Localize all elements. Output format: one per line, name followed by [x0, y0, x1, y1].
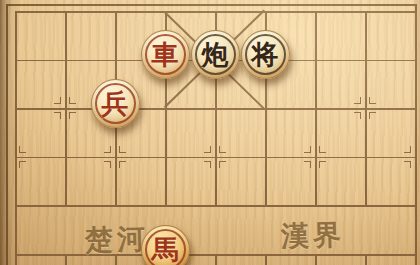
piece-character: 車 [152, 41, 179, 68]
grid-line [15, 11, 417, 13]
position-marker [119, 146, 126, 153]
position-marker [304, 146, 311, 153]
river-label-right: 漢界 [281, 216, 346, 256]
position-marker [304, 161, 311, 168]
grid-line [15, 157, 417, 159]
position-marker [204, 161, 211, 168]
position-marker [354, 97, 361, 104]
position-marker [104, 146, 111, 153]
position-marker [104, 161, 111, 168]
piece-black-general[interactable]: 将 [241, 30, 290, 79]
grid-line [265, 254, 267, 265]
position-marker [354, 112, 361, 119]
piece-character: 炮 [202, 41, 229, 68]
position-marker [219, 161, 226, 168]
position-marker [119, 161, 126, 168]
piece-red-soldier[interactable]: 兵 [91, 79, 140, 128]
grid-line [15, 108, 417, 110]
grid-line [15, 11, 17, 265]
piece-character: 馬 [152, 236, 179, 263]
piece-character: 将 [252, 41, 279, 68]
position-marker [54, 97, 61, 104]
position-marker [319, 146, 326, 153]
position-marker [319, 161, 326, 168]
position-marker [69, 112, 76, 119]
position-marker [369, 112, 376, 119]
grid-line [65, 254, 67, 265]
piece-red-horse[interactable]: 馬 [141, 225, 190, 265]
position-marker [54, 112, 61, 119]
grid-line [365, 254, 367, 265]
xiangqi-board[interactable]: 楚河 漢界 車炮将兵馬 [0, 0, 420, 265]
piece-black-cannon[interactable]: 炮 [191, 30, 240, 79]
position-marker [69, 97, 76, 104]
position-marker [369, 97, 376, 104]
position-marker [204, 146, 211, 153]
grid-line [415, 11, 417, 265]
piece-red-chariot[interactable]: 車 [141, 30, 190, 79]
screenshot-root: 楚河 漢界 車炮将兵馬 [0, 0, 420, 265]
position-marker [404, 146, 411, 153]
grid-line [315, 254, 317, 265]
piece-character: 兵 [102, 90, 129, 117]
position-marker [19, 146, 26, 153]
grid-line [15, 205, 417, 207]
grid-line [15, 254, 417, 256]
grid-line [215, 254, 217, 265]
position-marker [404, 161, 411, 168]
position-marker [219, 146, 226, 153]
position-marker [19, 161, 26, 168]
river-label-left: 楚河 [85, 220, 150, 260]
